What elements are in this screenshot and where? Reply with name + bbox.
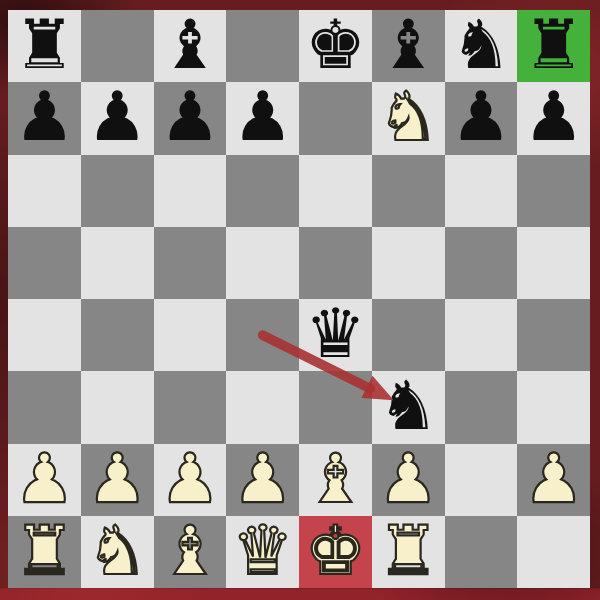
square-b8[interactable] (81, 10, 154, 82)
square-c5[interactable] (154, 227, 227, 299)
square-g2[interactable] (445, 444, 518, 516)
square-b6[interactable] (81, 155, 154, 227)
piece-black-bishop[interactable]: ♝ (159, 11, 220, 79)
square-f7[interactable]: ♞ (372, 82, 445, 154)
square-a7[interactable]: ♟ (8, 82, 81, 154)
piece-white-king[interactable]: ♚ (305, 517, 366, 585)
square-b4[interactable] (81, 299, 154, 371)
square-h6[interactable] (517, 155, 590, 227)
piece-white-bishop[interactable]: ♝ (305, 445, 366, 513)
square-e2[interactable]: ♝ (299, 444, 372, 516)
square-c6[interactable] (154, 155, 227, 227)
piece-black-pawn[interactable]: ♟ (87, 83, 148, 151)
square-a1[interactable]: ♜ (8, 516, 81, 588)
square-d1[interactable]: ♛ (226, 516, 299, 588)
square-b3[interactable] (81, 371, 154, 443)
piece-black-rook[interactable]: ♜ (14, 11, 75, 79)
square-f4[interactable] (372, 299, 445, 371)
square-a4[interactable] (8, 299, 81, 371)
square-b7[interactable]: ♟ (81, 82, 154, 154)
square-h5[interactable] (517, 227, 590, 299)
piece-white-knight[interactable]: ♞ (87, 517, 148, 585)
square-b2[interactable]: ♟ (81, 444, 154, 516)
piece-black-bishop[interactable]: ♝ (378, 11, 439, 79)
piece-white-queen[interactable]: ♛ (232, 517, 293, 585)
square-a2[interactable]: ♟ (8, 444, 81, 516)
square-e5[interactable] (299, 227, 372, 299)
square-f5[interactable] (372, 227, 445, 299)
square-c2[interactable]: ♟ (154, 444, 227, 516)
piece-black-knight[interactable]: ♞ (378, 372, 439, 440)
square-d2[interactable]: ♟ (226, 444, 299, 516)
square-f1[interactable]: ♜ (372, 516, 445, 588)
piece-black-king[interactable]: ♚ (305, 11, 366, 79)
square-b1[interactable]: ♞ (81, 516, 154, 588)
piece-white-pawn[interactable]: ♟ (159, 445, 220, 513)
square-c8[interactable]: ♝ (154, 10, 227, 82)
square-h8[interactable]: ♜ (517, 10, 590, 82)
square-c7[interactable]: ♟ (154, 82, 227, 154)
square-h3[interactable] (517, 371, 590, 443)
square-h7[interactable]: ♟ (517, 82, 590, 154)
square-h1[interactable] (517, 516, 590, 588)
piece-black-rook[interactable]: ♜ (523, 11, 584, 79)
piece-black-pawn[interactable]: ♟ (450, 83, 511, 151)
piece-white-pawn[interactable]: ♟ (378, 445, 439, 513)
square-a6[interactable] (8, 155, 81, 227)
piece-white-pawn[interactable]: ♟ (87, 445, 148, 513)
square-e7[interactable] (299, 82, 372, 154)
piece-white-pawn[interactable]: ♟ (232, 445, 293, 513)
square-g5[interactable] (445, 227, 518, 299)
piece-white-pawn[interactable]: ♟ (523, 445, 584, 513)
square-c4[interactable] (154, 299, 227, 371)
square-g1[interactable] (445, 516, 518, 588)
piece-white-rook[interactable]: ♜ (14, 517, 75, 585)
square-d5[interactable] (226, 227, 299, 299)
square-a3[interactable] (8, 371, 81, 443)
piece-black-pawn[interactable]: ♟ (159, 83, 220, 151)
square-e4[interactable]: ♛ (299, 299, 372, 371)
piece-white-knight[interactable]: ♞ (378, 83, 439, 151)
piece-black-pawn[interactable]: ♟ (232, 83, 293, 151)
square-g4[interactable] (445, 299, 518, 371)
square-f3[interactable]: ♞ (372, 371, 445, 443)
square-f6[interactable] (372, 155, 445, 227)
piece-white-rook[interactable]: ♜ (378, 517, 439, 585)
square-h4[interactable] (517, 299, 590, 371)
square-a5[interactable] (8, 227, 81, 299)
square-g3[interactable] (445, 371, 518, 443)
piece-white-pawn[interactable]: ♟ (14, 445, 75, 513)
square-b5[interactable] (81, 227, 154, 299)
square-d6[interactable] (226, 155, 299, 227)
square-c3[interactable] (154, 371, 227, 443)
square-d4[interactable] (226, 299, 299, 371)
square-d3[interactable] (226, 371, 299, 443)
piece-black-queen[interactable]: ♛ (305, 300, 366, 368)
square-e8[interactable]: ♚ (299, 10, 372, 82)
square-e1[interactable]: ♚ (299, 516, 372, 588)
square-c1[interactable]: ♝ (154, 516, 227, 588)
square-a8[interactable]: ♜ (8, 10, 81, 82)
square-d7[interactable]: ♟ (226, 82, 299, 154)
piece-white-bishop[interactable]: ♝ (159, 517, 220, 585)
square-g6[interactable] (445, 155, 518, 227)
square-d8[interactable] (226, 10, 299, 82)
chess-board: ♜♝♚♝♞♜♟♟♟♟♞♟♟♛♞♟♟♟♟♝♟♟♜♞♝♛♚♜ (8, 10, 590, 588)
piece-black-pawn[interactable]: ♟ (523, 83, 584, 151)
piece-black-knight[interactable]: ♞ (450, 11, 511, 79)
square-g7[interactable]: ♟ (445, 82, 518, 154)
square-e3[interactable] (299, 371, 372, 443)
square-h2[interactable]: ♟ (517, 444, 590, 516)
square-f2[interactable]: ♟ (372, 444, 445, 516)
square-e6[interactable] (299, 155, 372, 227)
piece-black-pawn[interactable]: ♟ (14, 83, 75, 151)
square-f8[interactable]: ♝ (372, 10, 445, 82)
square-g8[interactable]: ♞ (445, 10, 518, 82)
